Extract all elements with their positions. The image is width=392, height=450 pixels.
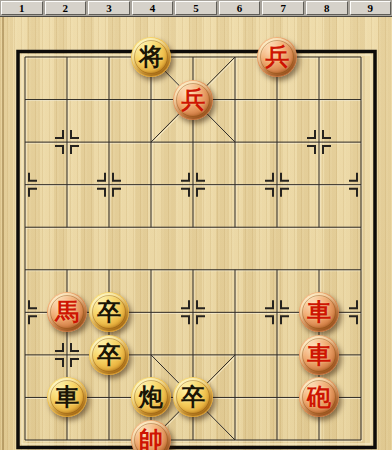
piece-character: 車 [307,292,331,332]
black-general[interactable]: 将 [131,37,171,77]
piece-character: 車 [307,335,331,375]
file-label-1: 1 [1,1,43,15]
file-label-7: 7 [262,1,304,15]
file-label-text: 5 [176,2,216,14]
file-number-bar: 123456789 [0,0,392,17]
file-label-text: 1 [2,2,42,14]
black-soldier[interactable]: 卒 [89,335,129,375]
red-soldier[interactable]: 兵 [173,80,213,120]
file-label-text: 9 [351,2,391,14]
xiangqi-app: 123456789 将兵兵馬卒車卒車車炮卒砲帥 [0,0,392,450]
file-label-text: 7 [263,2,303,14]
piece-character: 砲 [307,377,331,417]
red-soldier[interactable]: 兵 [257,37,297,77]
file-label-text: 4 [133,2,173,14]
piece-character: 兵 [181,80,205,120]
piece-character: 卒 [97,335,121,375]
piece-character: 将 [139,37,163,77]
red-chariot[interactable]: 車 [299,335,339,375]
file-label-text: 8 [307,2,347,14]
piece-character: 帥 [139,420,163,450]
file-label-3: 3 [88,1,130,15]
file-label-text: 3 [89,2,129,14]
piece-character: 兵 [265,37,289,77]
file-label-6: 6 [219,1,261,15]
file-label-text: 6 [220,2,260,14]
xiangqi-board[interactable]: 将兵兵馬卒車卒車車炮卒砲帥 [0,17,392,450]
piece-character: 卒 [181,377,205,417]
piece-character: 炮 [139,377,163,417]
piece-character: 車 [55,377,79,417]
file-label-text: 2 [46,2,86,14]
file-label-2: 2 [45,1,87,15]
file-label-9: 9 [350,1,392,15]
piece-character: 卒 [97,292,121,332]
piece-character: 馬 [55,292,79,332]
file-label-4: 4 [132,1,174,15]
file-label-8: 8 [306,1,348,15]
file-label-5: 5 [175,1,217,15]
